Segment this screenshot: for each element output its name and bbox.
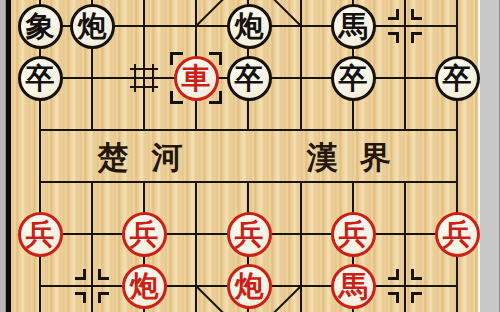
xiangqi-app-window: 楚 河 漢 界 象炮炮馬卒車卒卒卒兵兵兵兵兵炮炮馬 bbox=[0, 0, 500, 312]
point-marker-part bbox=[388, 9, 399, 20]
piece-red-cannon-a[interactable]: 炮 bbox=[122, 264, 167, 309]
piece-glyph: 兵 bbox=[26, 220, 55, 249]
piece-black-cannon-b[interactable]: 炮 bbox=[227, 4, 272, 49]
piece-glyph: 炮 bbox=[78, 12, 107, 41]
point-marker bbox=[75, 269, 109, 303]
piece-black-soldier-d[interactable]: 卒 bbox=[435, 56, 480, 101]
piece-black-cannon-a[interactable]: 炮 bbox=[70, 4, 115, 49]
last-move-from-marker-part bbox=[152, 64, 154, 92]
point-marker-part bbox=[98, 269, 109, 280]
river-label-he: 河 bbox=[152, 142, 183, 173]
piece-red-soldier-b[interactable]: 兵 bbox=[122, 212, 167, 257]
selected-piece-marker-part bbox=[170, 91, 183, 104]
point-marker-part bbox=[98, 292, 109, 303]
point-marker-part bbox=[411, 269, 422, 280]
piece-glyph: 兵 bbox=[130, 220, 159, 249]
piece-glyph: 馬 bbox=[339, 272, 368, 301]
selected-piece-marker-part bbox=[209, 91, 222, 104]
point-marker bbox=[388, 269, 422, 303]
selected-piece-marker bbox=[170, 52, 222, 104]
point-marker-part bbox=[411, 32, 422, 43]
selected-piece-marker-part bbox=[170, 52, 183, 65]
piece-glyph: 兵 bbox=[339, 220, 368, 249]
piece-glyph: 卒 bbox=[443, 64, 472, 93]
point-marker-part bbox=[388, 32, 399, 43]
piece-glyph: 炮 bbox=[130, 272, 159, 301]
river-label-chu: 楚 bbox=[98, 142, 129, 173]
piece-red-soldier-d[interactable]: 兵 bbox=[331, 212, 376, 257]
river-label-han: 漢 bbox=[307, 142, 338, 173]
piece-glyph: 兵 bbox=[443, 220, 472, 249]
piece-black-horse[interactable]: 馬 bbox=[331, 4, 376, 49]
piece-red-soldier-c[interactable]: 兵 bbox=[227, 212, 272, 257]
point-marker-part bbox=[75, 292, 86, 303]
point-marker-part bbox=[388, 292, 399, 303]
piece-glyph: 卒 bbox=[339, 64, 368, 93]
selected-piece-marker-part bbox=[209, 52, 222, 65]
point-marker-part bbox=[411, 9, 422, 20]
piece-red-horse[interactable]: 馬 bbox=[331, 264, 376, 309]
piece-glyph: 炮 bbox=[235, 272, 264, 301]
piece-glyph: 馬 bbox=[339, 12, 368, 41]
point-marker-part bbox=[388, 269, 399, 280]
point-marker-part bbox=[411, 292, 422, 303]
piece-red-soldier-a[interactable]: 兵 bbox=[18, 212, 63, 257]
piece-black-elephant[interactable]: 象 bbox=[18, 4, 63, 49]
piece-black-soldier-c[interactable]: 卒 bbox=[331, 56, 376, 101]
point-marker bbox=[388, 9, 422, 43]
last-move-from-marker-part bbox=[134, 64, 136, 92]
river-label-jie: 界 bbox=[360, 142, 391, 173]
piece-red-cannon-b[interactable]: 炮 bbox=[227, 264, 272, 309]
piece-glyph: 卒 bbox=[26, 64, 55, 93]
piece-glyph: 象 bbox=[26, 12, 55, 41]
point-marker-part bbox=[75, 269, 86, 280]
piece-black-soldier-a[interactable]: 卒 bbox=[18, 56, 63, 101]
piece-glyph: 炮 bbox=[235, 12, 264, 41]
piece-glyph: 兵 bbox=[235, 220, 264, 249]
last-move-from-marker bbox=[130, 64, 158, 92]
piece-black-soldier-b[interactable]: 卒 bbox=[227, 56, 272, 101]
piece-red-soldier-e[interactable]: 兵 bbox=[435, 212, 480, 257]
piece-glyph: 卒 bbox=[235, 64, 264, 93]
